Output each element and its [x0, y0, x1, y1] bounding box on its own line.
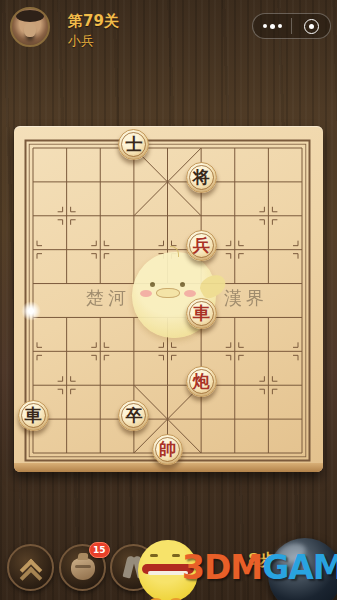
- help-button[interactable]: [110, 544, 157, 591]
- pieces-layer: 士将兵車炮車卒帥: [14, 126, 323, 472]
- piece-black-車[interactable]: 車: [18, 400, 49, 431]
- piece-red-車[interactable]: 車: [186, 298, 217, 329]
- menu-button[interactable]: [7, 544, 54, 591]
- piece-black-卒[interactable]: 卒: [118, 400, 149, 431]
- xiangqi-board[interactable]: 楚河 漢界 士将兵車炮車卒帥: [14, 126, 323, 472]
- close-circle-icon: [304, 19, 319, 34]
- piece-black-士[interactable]: 士: [118, 129, 149, 160]
- more-dots-icon: [263, 24, 282, 29]
- avatar[interactable]: [10, 7, 50, 47]
- piece-red-兵[interactable]: 兵: [186, 230, 217, 261]
- money-bag-icon: [71, 558, 95, 580]
- dark-sphere-button[interactable]: [268, 538, 337, 600]
- footer-bar: 15 8步: [0, 480, 337, 600]
- piece-red-帥[interactable]: 帥: [152, 434, 183, 465]
- more-button[interactable]: [253, 14, 291, 38]
- miniprogram-capsule: [252, 13, 331, 39]
- piece-black-将[interactable]: 将: [186, 162, 217, 193]
- praying-hands-icon: [124, 556, 144, 580]
- piece-red-炮[interactable]: 炮: [186, 366, 217, 397]
- close-button[interactable]: [292, 14, 330, 38]
- bag-count-badge: 15: [89, 542, 110, 558]
- level-title: 第79关: [68, 12, 119, 31]
- player-name: 小兵: [68, 32, 94, 50]
- app-screen: { "game": "xiangqi", "position": { "fen"…: [0, 0, 337, 600]
- header-bar: 第79关 小兵: [0, 0, 337, 58]
- hint-bag-button[interactable]: 15: [59, 544, 106, 591]
